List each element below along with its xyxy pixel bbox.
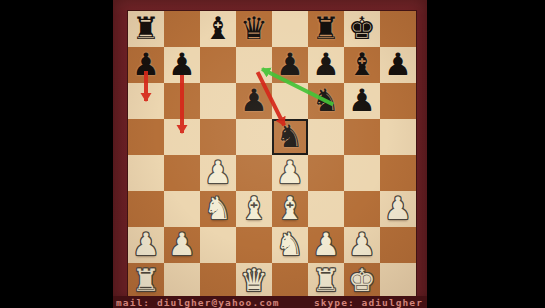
square-e5[interactable]: ♞	[272, 119, 308, 155]
square-e6[interactable]	[272, 83, 308, 119]
square-b5[interactable]	[164, 119, 200, 155]
piece-white-king: ♚	[348, 262, 376, 298]
square-g8[interactable]: ♚	[344, 11, 380, 47]
skype-text: skype: adiulgher	[314, 297, 423, 308]
square-h6[interactable]	[380, 83, 416, 119]
square-f6[interactable]: ♞	[308, 83, 344, 119]
square-d8[interactable]: ♛	[236, 11, 272, 47]
square-e8[interactable]	[272, 11, 308, 47]
square-h5[interactable]	[380, 119, 416, 155]
square-b6[interactable]	[164, 83, 200, 119]
square-c1[interactable]	[200, 263, 236, 299]
piece-black-pawn: ♟	[384, 46, 412, 82]
piece-white-pawn: ♟	[132, 226, 160, 262]
square-c5[interactable]	[200, 119, 236, 155]
piece-white-pawn: ♟	[168, 226, 196, 262]
piece-black-bishop: ♝	[348, 46, 376, 82]
square-h8[interactable]	[380, 11, 416, 47]
piece-black-pawn: ♟	[348, 82, 376, 118]
square-c8[interactable]: ♝	[200, 11, 236, 47]
square-b2[interactable]: ♟	[164, 227, 200, 263]
piece-white-queen: ♛	[240, 262, 268, 298]
square-a1[interactable]: ♜	[128, 263, 164, 299]
square-a2[interactable]: ♟	[128, 227, 164, 263]
piece-white-pawn: ♟	[276, 154, 304, 190]
square-c2[interactable]	[200, 227, 236, 263]
square-f8[interactable]: ♜	[308, 11, 344, 47]
piece-black-pawn: ♟	[312, 46, 340, 82]
square-g5[interactable]	[344, 119, 380, 155]
square-f2[interactable]: ♟	[308, 227, 344, 263]
piece-black-pawn: ♟	[132, 46, 160, 82]
piece-white-pawn: ♟	[312, 226, 340, 262]
square-d5[interactable]	[236, 119, 272, 155]
square-f7[interactable]: ♟	[308, 47, 344, 83]
square-f1[interactable]: ♜	[308, 263, 344, 299]
square-e1[interactable]	[272, 263, 308, 299]
piece-black-rook: ♜	[132, 10, 160, 46]
piece-black-rook: ♜	[312, 10, 340, 46]
square-b4[interactable]	[164, 155, 200, 191]
square-f4[interactable]	[308, 155, 344, 191]
piece-white-knight: ♞	[276, 226, 304, 262]
piece-black-pawn: ♟	[240, 82, 268, 118]
square-f5[interactable]	[308, 119, 344, 155]
square-c6[interactable]	[200, 83, 236, 119]
letterbox-left	[0, 0, 113, 308]
piece-black-bishop: ♝	[204, 10, 232, 46]
square-d4[interactable]	[236, 155, 272, 191]
piece-white-bishop: ♝	[276, 190, 304, 226]
square-e7[interactable]: ♟	[272, 47, 308, 83]
square-g7[interactable]: ♝	[344, 47, 380, 83]
square-h2[interactable]	[380, 227, 416, 263]
board-panel: ♜♝♛♜♚♟♟♟♟♝♟♟♞♟♞♟♟♞♝♝♟♟♟♞♟♟♜♛♜♚ mail: diu…	[113, 0, 427, 308]
square-h7[interactable]: ♟	[380, 47, 416, 83]
piece-black-knight: ♞	[276, 118, 304, 154]
square-d7[interactable]	[236, 47, 272, 83]
chess-board: ♜♝♛♜♚♟♟♟♟♝♟♟♞♟♞♟♟♞♝♝♟♟♟♞♟♟♜♛♜♚	[128, 11, 416, 299]
square-a3[interactable]	[128, 191, 164, 227]
piece-white-knight: ♞	[204, 190, 232, 226]
piece-black-pawn: ♟	[276, 46, 304, 82]
square-c4[interactable]: ♟	[200, 155, 236, 191]
piece-black-pawn: ♟	[168, 46, 196, 82]
square-b8[interactable]	[164, 11, 200, 47]
piece-white-pawn: ♟	[348, 226, 376, 262]
square-h3[interactable]: ♟	[380, 191, 416, 227]
piece-black-queen: ♛	[240, 10, 268, 46]
square-e4[interactable]: ♟	[272, 155, 308, 191]
piece-white-rook: ♜	[312, 262, 340, 298]
square-a4[interactable]	[128, 155, 164, 191]
square-d2[interactable]	[236, 227, 272, 263]
square-g3[interactable]	[344, 191, 380, 227]
letterbox-right	[427, 0, 545, 308]
piece-white-pawn: ♟	[384, 190, 412, 226]
square-g4[interactable]	[344, 155, 380, 191]
square-e3[interactable]: ♝	[272, 191, 308, 227]
square-b7[interactable]: ♟	[164, 47, 200, 83]
square-e2[interactable]: ♞	[272, 227, 308, 263]
mail-text: mail: diulgher@yahoo.com	[116, 297, 280, 308]
square-c7[interactable]	[200, 47, 236, 83]
square-d1[interactable]: ♛	[236, 263, 272, 299]
piece-black-knight: ♞	[312, 82, 340, 118]
square-d3[interactable]: ♝	[236, 191, 272, 227]
square-d6[interactable]: ♟	[236, 83, 272, 119]
square-a7[interactable]: ♟	[128, 47, 164, 83]
square-c3[interactable]: ♞	[200, 191, 236, 227]
piece-white-rook: ♜	[132, 262, 160, 298]
video-frame: ♜♝♛♜♚♟♟♟♟♝♟♟♞♟♞♟♟♞♝♝♟♟♟♞♟♟♜♛♜♚ mail: diu…	[0, 0, 545, 308]
square-a8[interactable]: ♜	[128, 11, 164, 47]
piece-black-king: ♚	[348, 10, 376, 46]
piece-white-bishop: ♝	[240, 190, 268, 226]
square-g6[interactable]: ♟	[344, 83, 380, 119]
square-g1[interactable]: ♚	[344, 263, 380, 299]
square-b3[interactable]	[164, 191, 200, 227]
square-h1[interactable]	[380, 263, 416, 299]
contact-banner: mail: diulgher@yahoo.com skype: adiulghe…	[113, 296, 427, 308]
piece-white-pawn: ♟	[204, 154, 232, 190]
square-g2[interactable]: ♟	[344, 227, 380, 263]
square-a6[interactable]	[128, 83, 164, 119]
square-a5[interactable]	[128, 119, 164, 155]
square-h4[interactable]	[380, 155, 416, 191]
square-f3[interactable]	[308, 191, 344, 227]
square-b1[interactable]	[164, 263, 200, 299]
